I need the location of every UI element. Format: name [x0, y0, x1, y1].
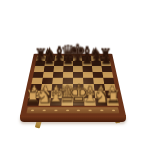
board-side-edge — [20, 115, 126, 122]
square-h1[interactable]: ♜ — [106, 98, 119, 106]
square-h7[interactable]: ♟ — [101, 61, 111, 66]
piece-black-pawn[interactable]: ♟ — [101, 54, 112, 66]
frame-marker-band — [26, 107, 119, 113]
frame-marker-dot — [54, 110, 57, 112]
chess-set-photo: ♜♞♝♛♚♝♞♜♟♟♟♟♟♟♟♟♟♟♟♟♟♟♟♟♜♞♝♛♚♝♞♜ — [0, 0, 142, 142]
frame-marker-dot — [43, 110, 46, 112]
square-g7[interactable]: ♟ — [91, 61, 101, 66]
frame-marker-dot — [100, 110, 103, 112]
frame-marker-dot — [89, 110, 92, 112]
frame-marker-dot — [112, 110, 115, 112]
frame-marker-dot — [77, 110, 80, 112]
frame-marker-dot — [66, 110, 69, 112]
piece-white-rook[interactable]: ♜ — [106, 88, 121, 105]
frame-marker-dot — [31, 110, 34, 112]
chessboard: ♜♞♝♛♚♝♞♜♟♟♟♟♟♟♟♟♟♟♟♟♟♟♟♟♜♞♝♛♚♝♞♜ — [20, 54, 126, 116]
squares-grid: ♜♞♝♛♚♝♞♜♟♟♟♟♟♟♟♟♟♟♟♟♟♟♟♟♜♞♝♛♚♝♞♜ — [27, 56, 119, 106]
